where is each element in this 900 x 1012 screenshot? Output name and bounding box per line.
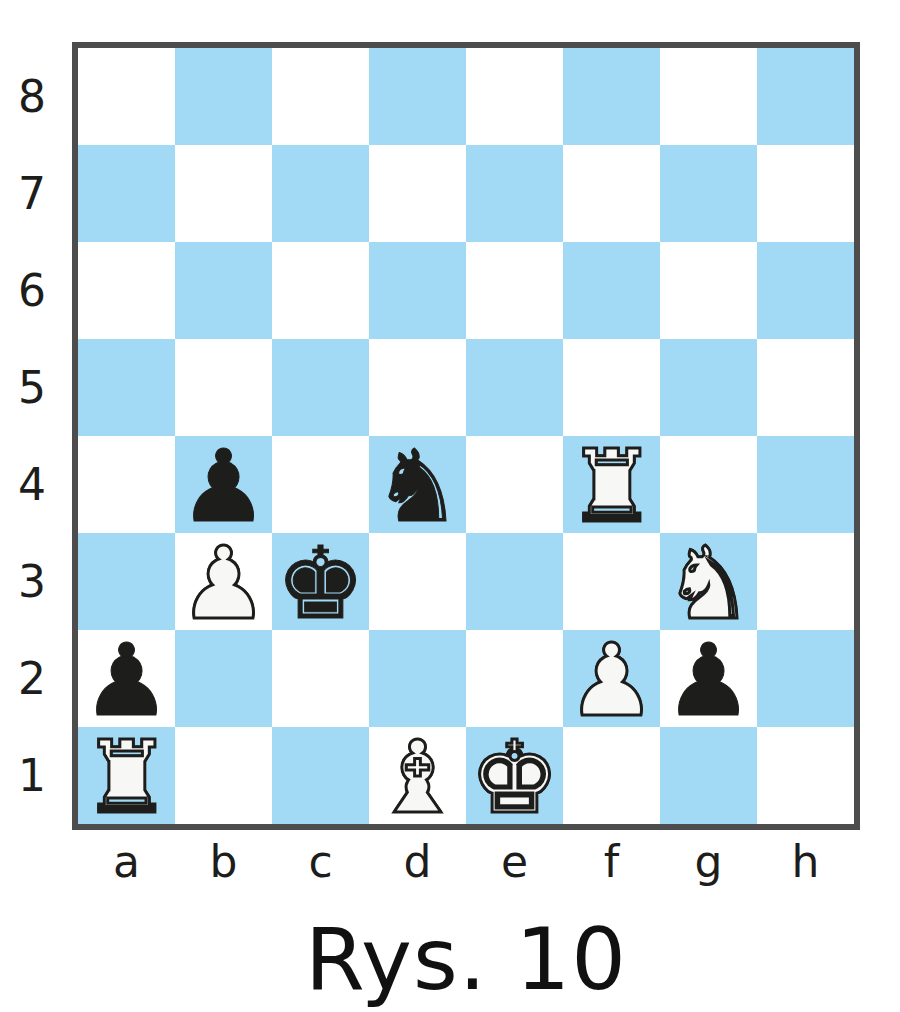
square-c8 [272, 48, 369, 145]
square-f2: ♟ [563, 630, 660, 727]
square-g2: ♟ [660, 630, 757, 727]
square-b5 [175, 339, 272, 436]
black-pawn-g2: ♟ [664, 632, 754, 729]
square-g5 [660, 339, 757, 436]
square-a1: ♜ [78, 727, 175, 824]
square-d4: ♞ [369, 436, 466, 533]
white-bishop-d1: ♝ [373, 729, 463, 826]
file-label-d: d [369, 836, 466, 887]
square-c5 [272, 339, 369, 436]
square-f1 [563, 727, 660, 824]
square-f3 [563, 533, 660, 630]
square-e7 [466, 145, 563, 242]
square-c3: ♚ [272, 533, 369, 630]
black-knight-d4: ♞ [373, 438, 463, 535]
square-a6 [78, 242, 175, 339]
file-label-f: f [563, 836, 660, 887]
file-label-e: e [466, 836, 563, 887]
rank-label-6: 6 [0, 242, 72, 339]
square-h2 [757, 630, 854, 727]
square-g1 [660, 727, 757, 824]
square-a8 [78, 48, 175, 145]
square-c7 [272, 145, 369, 242]
square-e3 [466, 533, 563, 630]
file-label-a: a [78, 836, 175, 887]
square-c6 [272, 242, 369, 339]
white-pawn-b3: ♟ [179, 535, 269, 632]
chess-diagram: 87654321 ♟♞♜♟♚♞♟♟♟♜♝♚ abcdefgh Rys. 10 [0, 0, 900, 1012]
square-d8 [369, 48, 466, 145]
rank-label-8: 8 [0, 48, 72, 145]
black-king-c3: ♚ [276, 535, 366, 632]
square-e1: ♚ [466, 727, 563, 824]
square-g6 [660, 242, 757, 339]
square-f5 [563, 339, 660, 436]
square-f6 [563, 242, 660, 339]
square-g3: ♞ [660, 533, 757, 630]
rank-label-4: 4 [0, 436, 72, 533]
square-d5 [369, 339, 466, 436]
white-rook-f4: ♜ [567, 438, 657, 535]
square-g4 [660, 436, 757, 533]
square-f7 [563, 145, 660, 242]
square-b8 [175, 48, 272, 145]
square-b4: ♟ [175, 436, 272, 533]
board: ♟♞♜♟♚♞♟♟♟♜♝♚ [72, 42, 860, 830]
black-pawn-b4: ♟ [179, 438, 269, 535]
square-e6 [466, 242, 563, 339]
square-f8 [563, 48, 660, 145]
square-d6 [369, 242, 466, 339]
square-b6 [175, 242, 272, 339]
white-pawn-f2: ♟ [567, 632, 657, 729]
square-h3 [757, 533, 854, 630]
rank-label-1: 1 [0, 727, 72, 824]
square-d1: ♝ [369, 727, 466, 824]
square-b7 [175, 145, 272, 242]
square-d2 [369, 630, 466, 727]
rank-label-2: 2 [0, 630, 72, 727]
caption: Rys. 10 [72, 909, 860, 1009]
square-e8 [466, 48, 563, 145]
square-b3: ♟ [175, 533, 272, 630]
rank-label-5: 5 [0, 339, 72, 436]
white-rook-a1: ♜ [82, 729, 172, 826]
square-a2: ♟ [78, 630, 175, 727]
square-h7 [757, 145, 854, 242]
file-label-c: c [272, 836, 369, 887]
square-h1 [757, 727, 854, 824]
square-h5 [757, 339, 854, 436]
square-b2 [175, 630, 272, 727]
file-labels: abcdefgh [78, 836, 854, 887]
square-d3 [369, 533, 466, 630]
rank-labels: 87654321 [0, 42, 72, 830]
square-c4 [272, 436, 369, 533]
square-e4 [466, 436, 563, 533]
board-area: 87654321 ♟♞♜♟♚♞♟♟♟♜♝♚ [0, 0, 900, 830]
square-a5 [78, 339, 175, 436]
file-label-b: b [175, 836, 272, 887]
black-pawn-a2: ♟ [82, 632, 172, 729]
square-c2 [272, 630, 369, 727]
white-knight-g3: ♞ [664, 535, 754, 632]
square-a7 [78, 145, 175, 242]
file-label-g: g [660, 836, 757, 887]
square-h4 [757, 436, 854, 533]
square-a3 [78, 533, 175, 630]
square-h6 [757, 242, 854, 339]
square-e5 [466, 339, 563, 436]
rank-label-7: 7 [0, 145, 72, 242]
square-g7 [660, 145, 757, 242]
file-label-h: h [757, 836, 854, 887]
square-d7 [369, 145, 466, 242]
white-king-e1: ♚ [470, 729, 560, 826]
square-e2 [466, 630, 563, 727]
square-f4: ♜ [563, 436, 660, 533]
square-c1 [272, 727, 369, 824]
square-h8 [757, 48, 854, 145]
square-g8 [660, 48, 757, 145]
square-a4 [78, 436, 175, 533]
square-b1 [175, 727, 272, 824]
rank-label-3: 3 [0, 533, 72, 630]
